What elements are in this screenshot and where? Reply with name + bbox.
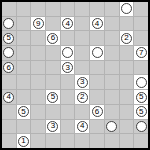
number-circle-clue: 4 bbox=[77, 121, 88, 132]
cell-r8c2[interactable] bbox=[31, 120, 45, 134]
cell-r8c1[interactable] bbox=[17, 120, 31, 134]
empty-circle-clue bbox=[121, 3, 132, 14]
cell-r2c6[interactable] bbox=[90, 31, 104, 45]
cell-r4c8[interactable] bbox=[120, 61, 134, 75]
empty-circle-clue bbox=[3, 47, 14, 58]
cell-r5c3[interactable] bbox=[46, 75, 60, 89]
cell-r1c6[interactable]: 4 bbox=[90, 17, 104, 31]
cell-r5c1[interactable] bbox=[17, 75, 31, 89]
empty-circle-clue bbox=[62, 47, 73, 58]
cell-r2c2[interactable] bbox=[31, 31, 45, 45]
cell-r2c0[interactable]: 5 bbox=[2, 31, 16, 45]
cell-r7c7[interactable] bbox=[105, 105, 119, 119]
cell-r9c4[interactable] bbox=[61, 134, 75, 148]
cell-r3c6[interactable] bbox=[90, 46, 104, 60]
cell-r3c2[interactable] bbox=[31, 46, 45, 60]
cell-r9c8[interactable] bbox=[120, 134, 134, 148]
cell-r5c0[interactable] bbox=[2, 75, 16, 89]
cell-r9c9[interactable] bbox=[134, 134, 148, 148]
cell-r6c8[interactable] bbox=[120, 90, 134, 104]
cell-r0c1[interactable] bbox=[17, 2, 31, 16]
empty-circle-clue bbox=[106, 121, 117, 132]
cell-r3c4[interactable] bbox=[61, 46, 75, 60]
cell-r3c7[interactable] bbox=[105, 46, 119, 60]
number-circle-clue: 9 bbox=[33, 18, 44, 29]
cell-r6c9[interactable]: 5 bbox=[134, 90, 148, 104]
clue-number: 6 bbox=[95, 108, 99, 116]
cell-r7c9[interactable]: 5 bbox=[134, 105, 148, 119]
cell-r6c6[interactable] bbox=[90, 90, 104, 104]
cell-r0c0[interactable] bbox=[2, 2, 16, 16]
cell-r2c3[interactable]: 6 bbox=[46, 31, 60, 45]
clue-number: 3 bbox=[80, 78, 84, 86]
cell-r1c3[interactable] bbox=[46, 17, 60, 31]
cell-r7c8[interactable] bbox=[120, 105, 134, 119]
cell-r4c4[interactable]: 3 bbox=[61, 61, 75, 75]
cell-r4c5[interactable] bbox=[75, 61, 89, 75]
cell-r9c2[interactable] bbox=[31, 134, 45, 148]
clue-number: 1 bbox=[21, 137, 25, 145]
number-circle-clue: 3 bbox=[77, 77, 88, 88]
number-circle-clue: 6 bbox=[47, 33, 58, 44]
clue-number: 2 bbox=[124, 34, 128, 42]
number-circle-clue: 4 bbox=[92, 18, 103, 29]
cell-r8c9[interactable] bbox=[134, 120, 148, 134]
cell-r0c9[interactable] bbox=[134, 2, 148, 16]
cell-r2c1[interactable] bbox=[17, 31, 31, 45]
clue-number: 3 bbox=[65, 64, 69, 72]
cell-r6c4[interactable] bbox=[61, 90, 75, 104]
cell-r7c4[interactable] bbox=[61, 105, 75, 119]
clue-number: 4 bbox=[95, 20, 99, 28]
cell-r9c5[interactable] bbox=[75, 134, 89, 148]
cell-r4c9[interactable] bbox=[134, 61, 148, 75]
number-circle-clue: 4 bbox=[3, 92, 14, 103]
cell-r3c8[interactable] bbox=[120, 46, 134, 60]
clue-number: 5 bbox=[139, 93, 143, 101]
clue-number: 6 bbox=[7, 64, 11, 72]
empty-circle-clue bbox=[3, 18, 14, 29]
clue-number: 5 bbox=[7, 34, 11, 42]
cell-r6c7[interactable] bbox=[105, 90, 119, 104]
cell-r9c6[interactable] bbox=[90, 134, 104, 148]
number-circle-clue: 3 bbox=[62, 62, 73, 73]
cell-r8c4[interactable] bbox=[61, 120, 75, 134]
cell-r0c4[interactable] bbox=[61, 2, 75, 16]
clue-number: 4 bbox=[65, 20, 69, 28]
cell-r8c3[interactable]: 3 bbox=[46, 120, 60, 134]
number-circle-clue: 2 bbox=[121, 33, 132, 44]
cell-r1c5[interactable] bbox=[75, 17, 89, 31]
cell-r5c2[interactable] bbox=[31, 75, 45, 89]
cell-r4c6[interactable] bbox=[90, 61, 104, 75]
cell-r6c1[interactable] bbox=[17, 90, 31, 104]
cell-r5c9[interactable] bbox=[134, 75, 148, 89]
cell-r1c9[interactable] bbox=[134, 17, 148, 31]
cell-r2c4[interactable] bbox=[61, 31, 75, 45]
empty-circle-clue bbox=[92, 47, 103, 58]
empty-circle-clue bbox=[136, 77, 147, 88]
cell-r2c8[interactable]: 2 bbox=[120, 31, 134, 45]
clue-number: 2 bbox=[80, 93, 84, 101]
number-circle-clue: 6 bbox=[92, 106, 103, 117]
cell-r5c4[interactable] bbox=[61, 75, 75, 89]
cell-r3c1[interactable] bbox=[17, 46, 31, 60]
cell-r0c2[interactable] bbox=[31, 2, 45, 16]
cell-r1c7[interactable] bbox=[105, 17, 119, 31]
number-circle-clue: 1 bbox=[18, 136, 29, 147]
empty-circle-clue bbox=[136, 121, 147, 132]
cell-r6c3[interactable]: 5 bbox=[46, 90, 60, 104]
clue-number: 9 bbox=[36, 20, 40, 28]
cell-r8c6[interactable] bbox=[90, 120, 104, 134]
number-circle-clue: 5 bbox=[136, 92, 147, 103]
cell-r4c7[interactable] bbox=[105, 61, 119, 75]
number-circle-clue: 5 bbox=[47, 92, 58, 103]
cell-r9c3[interactable] bbox=[46, 134, 60, 148]
cell-r3c0[interactable] bbox=[2, 46, 16, 60]
clue-number: 5 bbox=[51, 93, 55, 101]
cell-r8c5[interactable]: 4 bbox=[75, 120, 89, 134]
cell-r5c6[interactable] bbox=[90, 75, 104, 89]
cell-r6c0[interactable]: 4 bbox=[2, 90, 16, 104]
cell-r3c9[interactable]: 7 bbox=[134, 46, 148, 60]
number-circle-clue: 5 bbox=[3, 33, 14, 44]
number-circle-clue: 3 bbox=[47, 121, 58, 132]
cell-r0c3[interactable] bbox=[46, 2, 60, 16]
clue-number: 5 bbox=[139, 108, 143, 116]
cell-r2c9[interactable] bbox=[134, 31, 148, 45]
cell-r0c6[interactable] bbox=[90, 2, 104, 16]
cell-r1c1[interactable] bbox=[17, 17, 31, 31]
cell-r5c7[interactable] bbox=[105, 75, 119, 89]
cell-r2c5[interactable] bbox=[75, 31, 89, 45]
cell-r4c2[interactable] bbox=[31, 61, 45, 75]
number-circle-clue: 5 bbox=[18, 106, 29, 117]
number-circle-clue: 2 bbox=[77, 92, 88, 103]
cell-r9c1[interactable]: 1 bbox=[17, 134, 31, 148]
clue-number: 4 bbox=[7, 93, 11, 101]
cell-r5c8[interactable] bbox=[120, 75, 134, 89]
cell-r4c1[interactable] bbox=[17, 61, 31, 75]
cell-r7c6[interactable]: 6 bbox=[90, 105, 104, 119]
number-circle-clue: 7 bbox=[136, 47, 147, 58]
clue-number: 3 bbox=[51, 122, 55, 130]
cell-r1c8[interactable] bbox=[120, 17, 134, 31]
cell-r4c0[interactable]: 6 bbox=[2, 61, 16, 75]
cell-r7c5[interactable] bbox=[75, 105, 89, 119]
cell-r6c2[interactable] bbox=[31, 90, 45, 104]
cell-r8c8[interactable] bbox=[120, 120, 134, 134]
cell-r3c5[interactable] bbox=[75, 46, 89, 60]
cell-r7c1[interactable]: 5 bbox=[17, 105, 31, 119]
clue-number: 6 bbox=[51, 34, 55, 42]
number-circle-clue: 4 bbox=[62, 18, 73, 29]
cell-r5c5[interactable]: 3 bbox=[75, 75, 89, 89]
clue-number: 4 bbox=[80, 122, 84, 130]
cell-r4c3[interactable] bbox=[46, 61, 60, 75]
puzzle-board: 94456276334525565341 bbox=[0, 0, 150, 150]
cell-r9c7[interactable] bbox=[105, 134, 119, 148]
cell-r9c0[interactable] bbox=[2, 134, 16, 148]
cell-r8c7[interactable] bbox=[105, 120, 119, 134]
cell-r1c4[interactable]: 4 bbox=[61, 17, 75, 31]
cell-r1c2[interactable]: 9 bbox=[31, 17, 45, 31]
cell-r0c7[interactable] bbox=[105, 2, 119, 16]
clue-number: 5 bbox=[21, 108, 25, 116]
number-circle-clue: 6 bbox=[3, 62, 14, 73]
cell-r6c5[interactable]: 2 bbox=[75, 90, 89, 104]
cell-r7c0[interactable] bbox=[2, 105, 16, 119]
number-circle-clue: 5 bbox=[136, 106, 147, 117]
cell-r2c7[interactable] bbox=[105, 31, 119, 45]
cell-r1c0[interactable] bbox=[2, 17, 16, 31]
cell-r7c3[interactable] bbox=[46, 105, 60, 119]
cell-r8c0[interactable] bbox=[2, 120, 16, 134]
cell-r3c3[interactable] bbox=[46, 46, 60, 60]
cell-r7c2[interactable] bbox=[31, 105, 45, 119]
cell-r0c5[interactable] bbox=[75, 2, 89, 16]
cell-r0c8[interactable] bbox=[120, 2, 134, 16]
clue-number: 7 bbox=[139, 49, 143, 57]
